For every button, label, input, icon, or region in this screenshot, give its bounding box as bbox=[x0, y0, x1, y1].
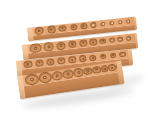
block-end-face-right bbox=[134, 17, 137, 30]
cylinder-knob bbox=[92, 41, 94, 43]
cylinder-knob bbox=[92, 56, 94, 58]
knobbed-cylinder bbox=[119, 51, 126, 57]
product-photo-stage bbox=[0, 0, 160, 120]
cylinder-knob bbox=[122, 53, 124, 55]
cylinder-knob bbox=[103, 67, 105, 69]
cylinder-knob bbox=[43, 76, 48, 80]
knobbed-cylinder bbox=[99, 38, 106, 45]
knobbed-cylinder bbox=[73, 68, 84, 78]
cylinder-knob bbox=[49, 61, 51, 63]
knobbed-cylinder bbox=[117, 36, 123, 42]
cylinder-knob bbox=[127, 21, 129, 23]
cylinder-knob bbox=[86, 70, 89, 73]
knobbed-cylinder bbox=[108, 37, 115, 43]
cylinder-knob bbox=[77, 71, 80, 74]
knobbed-cylinder bbox=[59, 25, 67, 32]
knobbed-cylinder bbox=[90, 22, 97, 28]
knobbed-cylinder bbox=[46, 58, 55, 66]
cylinder-knob bbox=[47, 45, 50, 48]
knobbed-cylinder bbox=[47, 26, 56, 34]
cylinder-knob bbox=[71, 43, 74, 45]
cylinder-knob bbox=[71, 59, 73, 61]
cylinder-knob bbox=[67, 72, 71, 75]
knobbed-cylinder bbox=[68, 56, 76, 63]
cylinder-knob bbox=[26, 63, 29, 65]
cylinder-knob bbox=[33, 47, 37, 50]
cylinder-knob bbox=[102, 55, 104, 57]
knobbed-cylinder bbox=[79, 55, 87, 62]
cylinder-knob bbox=[102, 40, 104, 42]
knobbed-cylinder bbox=[29, 43, 41, 54]
block-end-face-right bbox=[135, 33, 139, 48]
cylinder-knob bbox=[111, 39, 113, 41]
knobbed-cylinder bbox=[35, 59, 44, 67]
knobbed-cylinder bbox=[24, 73, 40, 87]
cylinder-knob bbox=[127, 37, 129, 39]
cylinder-knob bbox=[72, 26, 74, 28]
knobbed-cylinder bbox=[92, 66, 101, 74]
cylinder-knob bbox=[50, 28, 53, 30]
cylinder-knob bbox=[62, 27, 64, 29]
cylinder-knob bbox=[55, 74, 59, 78]
knobbed-cylinder bbox=[70, 24, 78, 31]
cylinder-knob bbox=[38, 30, 41, 32]
knobbed-cylinder bbox=[125, 36, 131, 41]
knobbed-cylinder bbox=[68, 40, 77, 48]
cylinder-knob bbox=[102, 23, 104, 25]
cylinder-knob bbox=[60, 60, 62, 62]
knobbed-cylinder bbox=[109, 21, 115, 26]
knobbed-cylinder bbox=[126, 19, 131, 23]
knobbed-cylinder bbox=[118, 20, 123, 25]
knobbed-cylinder bbox=[38, 71, 52, 83]
block-end-face-right bbox=[128, 49, 134, 66]
knobbed-cylinder bbox=[108, 64, 116, 71]
cylinder-knob bbox=[82, 42, 84, 44]
cylinder-knob bbox=[83, 25, 85, 27]
knobbed-cylinder bbox=[57, 57, 65, 64]
knobbed-cylinder bbox=[89, 39, 97, 46]
knobbed-cylinder bbox=[34, 27, 44, 35]
cylinder-knob bbox=[95, 69, 98, 71]
knobbed-cylinder bbox=[89, 54, 97, 61]
cylinder-knob bbox=[60, 44, 63, 47]
knobbed-cylinder bbox=[80, 23, 87, 29]
knobbed-cylinder bbox=[79, 39, 88, 47]
cylinder-knob bbox=[29, 77, 34, 81]
knobbed-cylinder bbox=[99, 53, 106, 60]
knobbed-cylinder bbox=[43, 42, 54, 52]
cylinder-knob bbox=[119, 38, 121, 40]
cylinder-knob bbox=[38, 62, 41, 64]
cylinder-knob bbox=[82, 57, 84, 59]
cylinder-knob bbox=[111, 66, 113, 68]
knobbed-cylinder bbox=[56, 41, 66, 50]
knobbed-cylinder bbox=[100, 21, 106, 26]
knobbed-cylinder bbox=[109, 52, 116, 58]
knobbed-cylinder bbox=[23, 60, 32, 68]
cylinder-knob bbox=[93, 24, 95, 26]
cylinder-knob bbox=[111, 22, 113, 24]
cylinder-knob bbox=[119, 21, 121, 23]
cylinder-knob bbox=[112, 54, 114, 56]
